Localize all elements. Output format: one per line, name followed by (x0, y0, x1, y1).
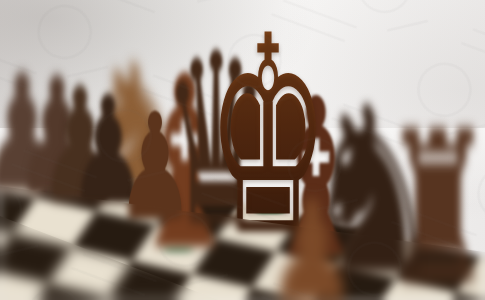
chess-piece-pawn: ♟ (115, 94, 194, 241)
chess-photo-scene: ♟♟♟♟♞♟♝♛♚♝♞♜♟ (0, 0, 485, 300)
chess-piece-pawn: ♟ (265, 183, 359, 300)
